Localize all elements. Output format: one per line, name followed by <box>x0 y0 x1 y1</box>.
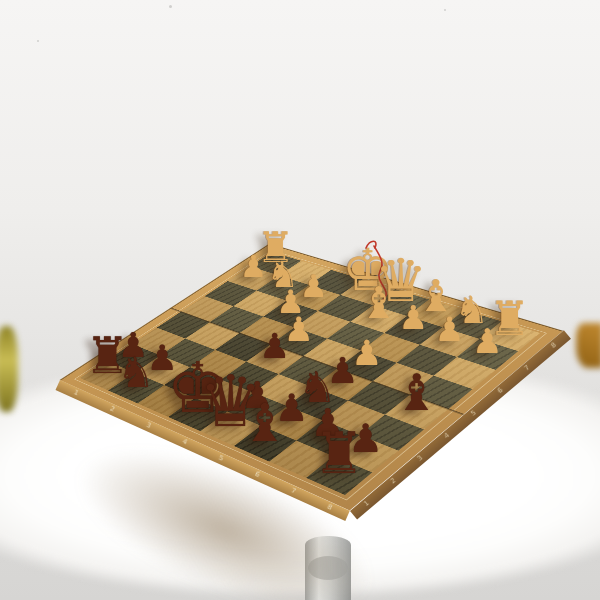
piece-black-knight-b8[interactable]: ♞ <box>117 351 154 393</box>
frame-mark: 8 <box>550 342 558 350</box>
frame-mark: 1 <box>72 389 79 397</box>
piece-white-pawn-f2[interactable]: ♟ <box>399 301 429 334</box>
frame-mark: 5 <box>217 455 224 463</box>
right-edge-object <box>576 323 600 368</box>
frame-mark: 3 <box>416 455 424 463</box>
frame-mark: 3 <box>145 422 152 430</box>
frame-mark: 6 <box>497 387 505 395</box>
frame-mark: 4 <box>443 432 451 440</box>
wall-speck <box>169 5 172 8</box>
frame-mark: 6 <box>254 471 261 479</box>
frame-mark: 2 <box>390 477 398 485</box>
photo-scene: 12345678 12345678 ♜♞♚♛♝♜♟♟♟♟♟♟♞♟♟♝♟♟♟♟♞♟… <box>0 0 600 600</box>
frame-mark: 2 <box>109 405 116 413</box>
wall-speck <box>444 9 446 11</box>
frame-mark: 4 <box>181 438 188 446</box>
piece-white-pawn-h2[interactable]: ♟ <box>472 324 503 358</box>
left-edge-object <box>0 326 18 412</box>
piece-white-bishop-e2[interactable]: ♝ <box>359 281 398 325</box>
piece-black-rook-h8[interactable]: ♜ <box>313 425 364 482</box>
piece-white-pawn-g2[interactable]: ♟ <box>435 313 465 347</box>
frame-mark: 7 <box>290 487 297 495</box>
wall-speck <box>37 40 39 42</box>
piece-white-pawn-a2[interactable]: ♟ <box>240 252 267 282</box>
piece-black-pawn-d5[interactable]: ♟ <box>259 329 290 363</box>
frame-mark: 8 <box>326 504 333 512</box>
frame-mark: 1 <box>363 500 371 508</box>
frame-mark: 7 <box>523 364 531 372</box>
frame-mark: 5 <box>470 409 478 417</box>
piece-black-bishop-f8[interactable]: ♝ <box>241 398 288 451</box>
piece-black-bishop-h5[interactable]: ♝ <box>394 368 439 418</box>
